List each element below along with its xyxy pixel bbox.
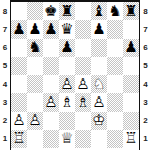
- rank-labels-right: 87654321: [141, 2, 150, 148]
- square-e8[interactable]: [75, 2, 91, 20]
- square-e2[interactable]: [75, 112, 91, 130]
- square-g8[interactable]: ♞: [107, 2, 123, 20]
- square-h3[interactable]: [123, 93, 139, 111]
- rank-label-right-7: 7: [141, 20, 150, 38]
- square-h4[interactable]: [123, 75, 139, 93]
- square-h7[interactable]: [123, 20, 139, 38]
- black-rook-piece[interactable]: ♜: [124, 4, 137, 19]
- square-c5[interactable]: [43, 57, 59, 75]
- square-b2[interactable]: ♟♙: [27, 112, 43, 130]
- black-pawn-piece[interactable]: ♟: [44, 22, 57, 37]
- black-pawn-piece[interactable]: ♟: [92, 22, 105, 37]
- square-b3[interactable]: [27, 93, 43, 111]
- black-knight-piece[interactable]: ♞: [28, 40, 41, 55]
- white-pawn-piece[interactable]: ♟♙: [92, 95, 105, 110]
- black-rook-piece[interactable]: ♜: [60, 4, 73, 19]
- square-b1[interactable]: [27, 130, 43, 148]
- piece-outline: ♙: [76, 75, 89, 93]
- chess-diagram: 87654321 ♚♜♝♞♜♟♟♟♛♟♞♟♟♟♙♟♙♞♘♟♙♝♗♝♗♟♙♟♙♟♙…: [0, 0, 150, 150]
- square-g1[interactable]: [107, 130, 123, 148]
- white-king-piece[interactable]: ♚♔: [92, 113, 105, 128]
- square-e4[interactable]: ♟♙: [75, 75, 91, 93]
- square-e7[interactable]: [75, 20, 91, 38]
- square-f6[interactable]: [91, 39, 107, 57]
- square-b6[interactable]: ♞: [27, 39, 43, 57]
- black-pawn-piece[interactable]: ♟: [60, 40, 73, 55]
- square-g7[interactable]: [107, 20, 123, 38]
- white-pawn-piece[interactable]: ♟♙: [60, 77, 73, 92]
- rank-label-right-4: 4: [141, 75, 150, 93]
- rank-label-left-5: 5: [0, 57, 10, 75]
- rank-label-left-2: 2: [0, 112, 10, 130]
- square-h8[interactable]: ♜: [123, 2, 139, 20]
- rank-labels-left: 87654321: [0, 2, 10, 148]
- square-d2[interactable]: [59, 112, 75, 130]
- white-pawn-piece[interactable]: ♟♙: [44, 95, 57, 110]
- white-bishop-piece[interactable]: ♝♗: [76, 95, 89, 110]
- white-pawn-piece[interactable]: ♟♙: [76, 77, 89, 92]
- piece-outline: ♕: [60, 129, 73, 147]
- square-e5[interactable]: [75, 57, 91, 75]
- square-f1[interactable]: [91, 130, 107, 148]
- rank-label-right-8: 8: [141, 2, 150, 20]
- white-rook-piece[interactable]: ♜♖: [124, 131, 137, 146]
- rank-label-right-3: 3: [141, 93, 150, 111]
- square-h5[interactable]: [123, 57, 139, 75]
- square-g3[interactable]: [107, 93, 123, 111]
- piece-outline: ♔: [92, 111, 105, 129]
- square-f7[interactable]: ♟: [91, 20, 107, 38]
- square-b7[interactable]: ♟: [27, 20, 43, 38]
- square-d3[interactable]: ♝♗: [59, 93, 75, 111]
- square-d6[interactable]: ♟: [59, 39, 75, 57]
- rank-label-right-5: 5: [141, 57, 150, 75]
- black-pawn-piece[interactable]: ♟: [28, 22, 41, 37]
- piece-outline: ♙: [28, 111, 41, 129]
- black-pawn-piece[interactable]: ♟: [12, 22, 25, 37]
- square-g6[interactable]: [107, 39, 123, 57]
- square-g2[interactable]: [107, 112, 123, 130]
- piece-outline: ♗: [76, 93, 89, 111]
- square-a3[interactable]: [11, 93, 27, 111]
- square-f8[interactable]: ♝: [91, 2, 107, 20]
- square-c6[interactable]: [43, 39, 59, 57]
- square-a8[interactable]: [11, 2, 27, 20]
- piece-outline: ♖: [12, 129, 25, 147]
- square-c3[interactable]: ♟♙: [43, 93, 59, 111]
- square-c7[interactable]: ♟: [43, 20, 59, 38]
- black-king-piece[interactable]: ♚: [44, 4, 57, 19]
- white-knight-piece[interactable]: ♞♘: [92, 77, 105, 92]
- square-d4[interactable]: ♟♙: [59, 75, 75, 93]
- square-h1[interactable]: ♜♖: [123, 130, 139, 148]
- square-d8[interactable]: ♜: [59, 2, 75, 20]
- piece-outline: ♙: [92, 93, 105, 111]
- piece-outline: ♗: [60, 93, 73, 111]
- black-knight-piece[interactable]: ♞: [108, 4, 121, 19]
- square-a5[interactable]: [11, 57, 27, 75]
- rank-label-left-3: 3: [0, 93, 10, 111]
- square-a2[interactable]: ♟♙: [11, 112, 27, 130]
- square-g4[interactable]: [107, 75, 123, 93]
- square-f2[interactable]: ♚♔: [91, 112, 107, 130]
- square-h6[interactable]: ♟: [123, 39, 139, 57]
- piece-outline: ♘: [92, 75, 105, 93]
- square-a4[interactable]: [11, 75, 27, 93]
- square-d7[interactable]: ♛: [59, 20, 75, 38]
- square-c1[interactable]: [43, 130, 59, 148]
- square-a7[interactable]: ♟: [11, 20, 27, 38]
- white-pawn-piece[interactable]: ♟♙: [12, 113, 25, 128]
- square-f4[interactable]: ♞♘: [91, 75, 107, 93]
- black-pawn-piece[interactable]: ♟: [124, 40, 137, 55]
- square-c4[interactable]: [43, 75, 59, 93]
- square-b5[interactable]: [27, 57, 43, 75]
- rank-label-left-4: 4: [0, 75, 10, 93]
- square-d5[interactable]: [59, 57, 75, 75]
- square-e1[interactable]: [75, 130, 91, 148]
- square-h2[interactable]: [123, 112, 139, 130]
- white-pawn-piece[interactable]: ♟♙: [28, 113, 41, 128]
- square-g5[interactable]: [107, 57, 123, 75]
- rank-label-left-6: 6: [0, 39, 10, 57]
- black-bishop-piece[interactable]: ♝: [92, 4, 105, 19]
- rank-label-left-8: 8: [0, 2, 10, 20]
- rank-label-left-7: 7: [0, 20, 10, 38]
- square-a1[interactable]: ♜♖: [11, 130, 27, 148]
- square-a6[interactable]: [11, 39, 27, 57]
- rank-label-right-1: 1: [141, 130, 150, 148]
- square-c2[interactable]: [43, 112, 59, 130]
- black-queen-piece[interactable]: ♛: [60, 22, 73, 37]
- square-d1[interactable]: ♛♕: [59, 130, 75, 148]
- square-f5[interactable]: [91, 57, 107, 75]
- white-bishop-piece[interactable]: ♝♗: [60, 95, 73, 110]
- board: ♚♜♝♞♜♟♟♟♛♟♞♟♟♟♙♟♙♞♘♟♙♝♗♝♗♟♙♟♙♟♙♚♔♜♖♛♕♜♖: [11, 2, 139, 148]
- rank-label-left-1: 1: [0, 130, 10, 148]
- square-e3[interactable]: ♝♗: [75, 93, 91, 111]
- piece-outline: ♙: [60, 75, 73, 93]
- white-rook-piece[interactable]: ♜♖: [12, 131, 25, 146]
- piece-outline: ♙: [12, 111, 25, 129]
- square-b8[interactable]: [27, 2, 43, 20]
- piece-outline: ♙: [44, 93, 57, 111]
- rank-label-right-2: 2: [141, 112, 150, 130]
- square-c8[interactable]: ♚: [43, 2, 59, 20]
- rank-label-right-6: 6: [141, 39, 150, 57]
- piece-outline: ♖: [124, 129, 137, 147]
- square-e6[interactable]: [75, 39, 91, 57]
- board-right-border: [139, 0, 140, 150]
- square-f3[interactable]: ♟♙: [91, 93, 107, 111]
- square-b4[interactable]: [27, 75, 43, 93]
- white-queen-piece[interactable]: ♛♕: [60, 131, 73, 146]
